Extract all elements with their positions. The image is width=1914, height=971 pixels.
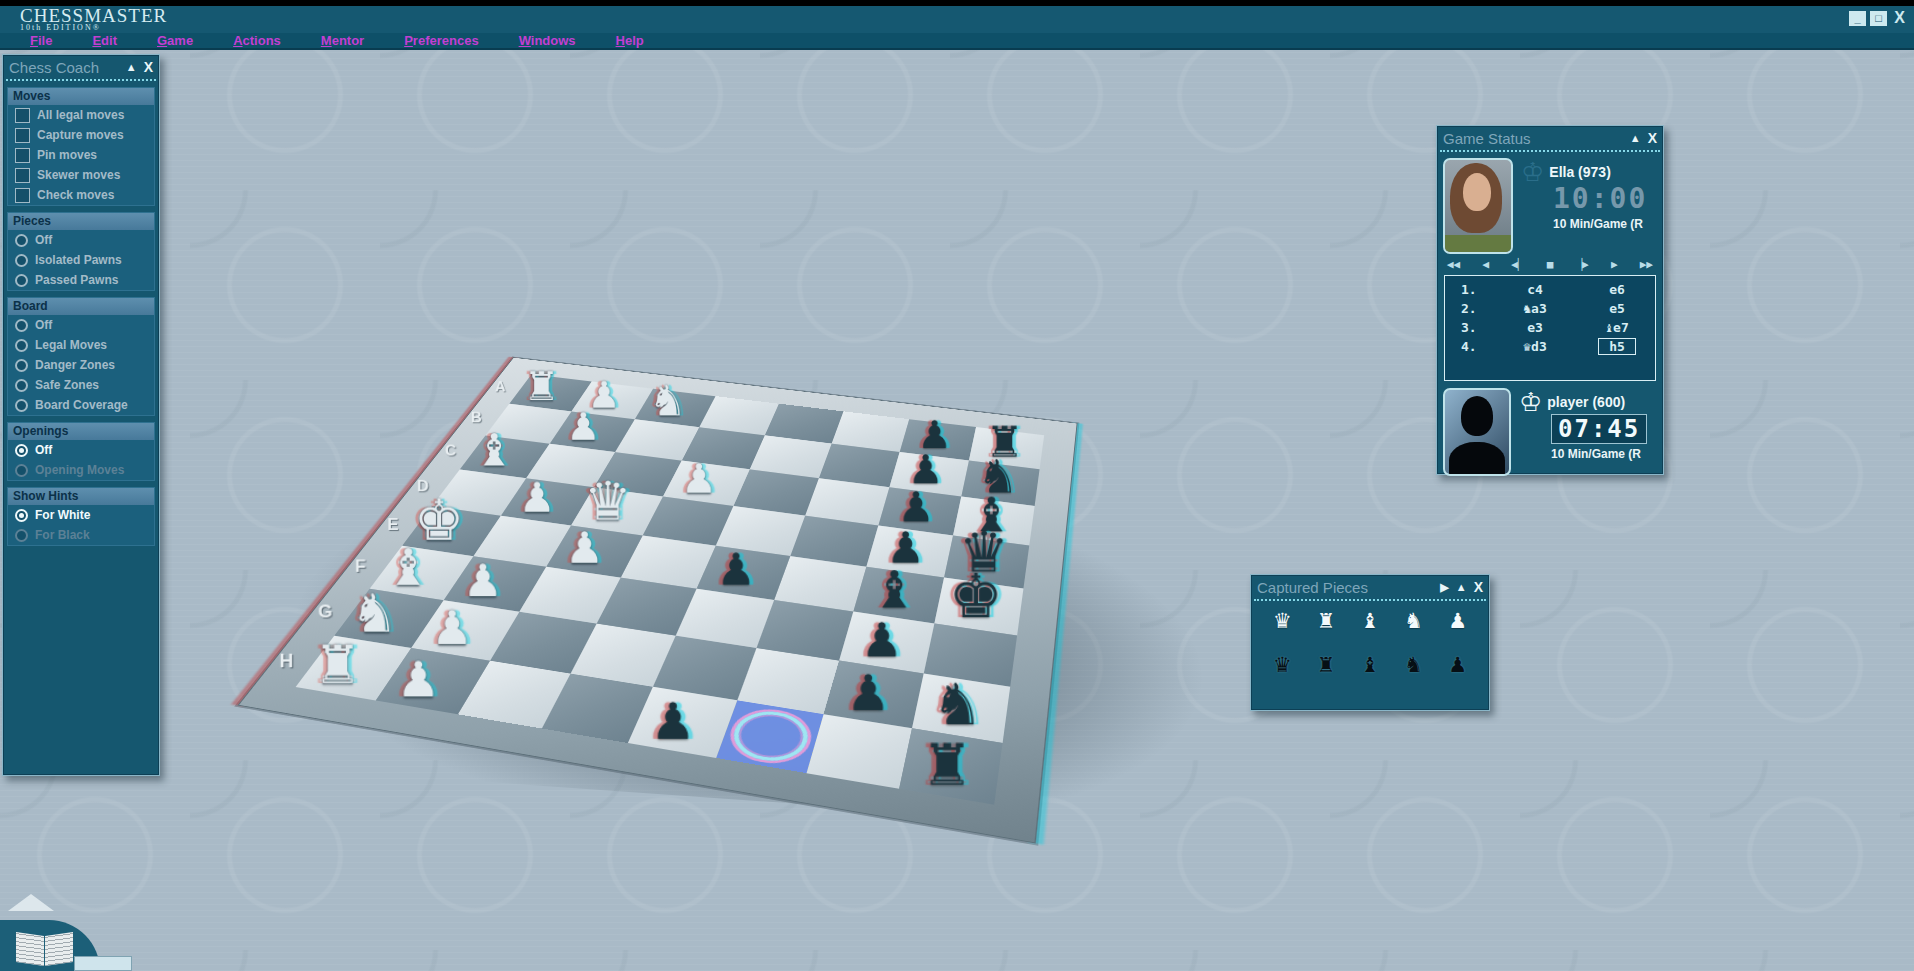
open-book-icon: [14, 932, 76, 968]
radio-for-white[interactable]: For White: [8, 505, 154, 525]
avatar-silhouette-head: [1461, 396, 1493, 436]
coach-section-pieces: PiecesOffIsolated PawnsPassed Pawns: [7, 212, 155, 291]
separator: [6, 79, 156, 81]
radio-control[interactable]: [15, 339, 28, 352]
radio-for-black[interactable]: For Black: [8, 525, 154, 545]
coach-section-header: Show Hints: [8, 488, 154, 505]
radio-danger-zones[interactable]: Danger Zones: [8, 355, 154, 375]
title-bar: CHESSMASTER 10th EDITION® _ □ X: [0, 6, 1914, 34]
file-label-f: F: [346, 556, 375, 577]
radio-board-coverage[interactable]: Board Coverage: [8, 395, 154, 415]
menu-file[interactable]: File: [30, 33, 52, 48]
piece-black-pawn-e5[interactable]: ♟: [716, 548, 755, 592]
radio-off[interactable]: Off: [8, 440, 154, 460]
white-move[interactable]: e3: [1489, 320, 1581, 335]
black-move[interactable]: ♝e7: [1581, 320, 1653, 335]
window-controls: _ □ X: [1849, 10, 1908, 26]
piece-white-pawn-g2[interactable]: ♟: [431, 605, 473, 651]
checkbox-all-legal-moves[interactable]: All legal moves: [8, 105, 154, 125]
chess-coach-panel: Chess Coach ▲ X MovesAll legal movesCapt…: [2, 54, 160, 776]
option-label: Passed Pawns: [35, 273, 118, 287]
move-number: 3.: [1445, 320, 1489, 335]
maximize-button[interactable]: □: [1870, 11, 1887, 26]
move-number: 4.: [1445, 339, 1489, 354]
expand-up-arrow-icon[interactable]: [8, 894, 54, 911]
radio-control[interactable]: [15, 399, 28, 412]
opponent-info: ♔ Ella (973) 10:00 10 Min/Game (R: [1521, 158, 1647, 254]
move-row-3: 3.e3♝e7: [1445, 318, 1655, 337]
chess-coach-collapse-button[interactable]: ▲: [126, 61, 137, 73]
move-number: 1.: [1445, 282, 1489, 297]
game-status-title: Game Status: [1443, 130, 1623, 147]
radio-off[interactable]: Off: [8, 230, 154, 250]
coach-section-header: Pieces: [8, 213, 154, 230]
close-window-button[interactable]: X: [1891, 10, 1908, 26]
radio-control[interactable]: [15, 464, 28, 477]
radio-control[interactable]: [15, 379, 28, 392]
captured-white-row: ♛♜♝♞♟: [1251, 610, 1489, 632]
game-status-panel: Game Status ▲ X ♔ Ella (973) 10:00 10 Mi…: [1436, 125, 1664, 475]
square-e8[interactable]: ♚: [934, 578, 1023, 636]
menu-edit[interactable]: Edit: [92, 33, 117, 48]
piece-white-pawn-f2[interactable]: ♟: [463, 559, 503, 603]
white-bishop-icon: ♝: [1361, 610, 1380, 632]
chess-coach-title: Chess Coach: [9, 59, 119, 76]
chess-coach-sections: MovesAll legal movesCapture movesPin mov…: [3, 87, 159, 546]
square-d6[interactable]: [790, 516, 878, 567]
move-row-4: 4.♛d3h5: [1445, 337, 1655, 356]
black-knight-icon: ♞: [1404, 654, 1423, 676]
playback-controls: ◀◀◀◀▏■▕▶▶▶▶: [1437, 256, 1663, 274]
player-clock: 07:45: [1551, 414, 1647, 444]
radio-control[interactable]: [15, 444, 28, 457]
white-rook-icon: ♜: [1317, 610, 1336, 632]
chess-coach-close-button[interactable]: X: [144, 59, 153, 75]
option-label: For White: [35, 508, 90, 522]
opponent-name: Ella (973): [1549, 160, 1610, 180]
piece-black-bishop-e7[interactable]: ♝: [871, 564, 917, 615]
player-time-control: 10 Min/Game (R: [1551, 447, 1647, 461]
radio-legal-moves[interactable]: Legal Moves: [8, 335, 154, 355]
checkbox-check-moves[interactable]: Check moves: [8, 185, 154, 205]
player-info: ♔ player (600) 07:45 10 Min/Game (R: [1519, 388, 1647, 476]
menu-windows[interactable]: Windows: [519, 33, 576, 48]
black-pawn-icon: ♟: [1448, 654, 1467, 676]
logo-line1: CHESSMASTER: [20, 7, 167, 24]
square-h6[interactable]: [716, 700, 823, 773]
menu-bar: FileEditGameActionsMentorPreferencesWind…: [0, 33, 1914, 50]
piece-white-queen-d3[interactable]: ♛: [584, 475, 632, 528]
piece-white-pawn-c4[interactable]: ♟: [681, 459, 717, 499]
radio-control[interactable]: [15, 509, 28, 522]
option-label: Off: [35, 233, 52, 247]
current-move-box: h5: [1598, 338, 1636, 355]
white-king-icon: ♔: [1519, 390, 1542, 414]
captured-pieces-collapse-button[interactable]: ▲: [1456, 581, 1467, 593]
coach-section-header: Openings: [8, 423, 154, 440]
white-move[interactable]: ♞a3: [1489, 301, 1581, 316]
radio-control[interactable]: [15, 254, 28, 267]
player-avatar[interactable]: [1443, 388, 1511, 476]
game-status-collapse-button[interactable]: ▲: [1630, 132, 1641, 144]
option-label: Capture moves: [37, 128, 124, 142]
black-bishop-icon: ♝: [1361, 654, 1380, 676]
file-label-h: H: [271, 650, 303, 673]
coach-section-moves: MovesAll legal movesCapture movesPin mov…: [7, 87, 155, 206]
piece-black-rook-h8[interactable]: ♜: [921, 736, 972, 793]
piece-white-pawn-e3[interactable]: ♟: [565, 527, 604, 570]
piece-white-knight-g1[interactable]: ♞: [351, 587, 398, 639]
file-label-g: G: [310, 601, 340, 623]
piece-white-pawn-h2[interactable]: ♟: [397, 656, 441, 705]
black-move[interactable]: e5: [1581, 301, 1653, 316]
checkbox-capture-moves[interactable]: Capture moves: [8, 125, 154, 145]
coach-section-header: Board: [8, 298, 154, 315]
checkbox-control[interactable]: [15, 128, 30, 143]
taskbar-fragment: [74, 956, 132, 971]
game-status-titlebar[interactable]: Game Status ▲ X: [1437, 126, 1663, 150]
player-block: ♔ player (600) 07:45 10 Min/Game (R: [1437, 382, 1663, 478]
file-label-e: E: [379, 515, 407, 535]
option-label: Off: [35, 443, 52, 457]
option-label: Pin moves: [37, 148, 97, 162]
piece-white-bishop-c1[interactable]: ♝: [474, 427, 514, 472]
captured-pieces-undock-button[interactable]: ▶: [1440, 581, 1448, 594]
option-label: Opening Moves: [35, 463, 124, 477]
menu-preferences[interactable]: Preferences: [404, 33, 478, 48]
black-king-icon: ♔: [1521, 160, 1544, 184]
move-list: 1.c4e62.♞a3e53.e3♝e74.♛d3h5: [1444, 275, 1656, 381]
piece-white-rook-a1[interactable]: ♜: [524, 366, 560, 406]
piece-black-king-e8[interactable]: ♚: [949, 566, 1003, 627]
white-move[interactable]: ♛d3: [1489, 339, 1581, 354]
menu-mentor[interactable]: Mentor: [321, 33, 364, 48]
move-number: 2.: [1445, 301, 1489, 316]
radio-control[interactable]: [15, 359, 28, 372]
registered-mark: ®: [93, 23, 101, 32]
checkbox-control[interactable]: [15, 148, 30, 163]
option-label: Isolated Pawns: [35, 253, 122, 267]
step-forward-button[interactable]: ▕▶: [1576, 258, 1589, 271]
radio-safe-zones[interactable]: Safe Zones: [8, 375, 154, 395]
coach-section-openings: OpeningsOffOpening Moves: [7, 422, 155, 481]
white-pawn-icon: ♟: [1448, 610, 1467, 632]
radio-off[interactable]: Off: [8, 315, 154, 335]
radio-control[interactable]: [15, 274, 28, 287]
white-knight-icon: ♞: [1404, 610, 1423, 632]
file-label-c: C: [438, 442, 464, 460]
move-row-2: 2.♞a3e5: [1445, 299, 1655, 318]
stop-button[interactable]: ■: [1547, 258, 1554, 271]
piece-black-pawn-h5[interactable]: ♟: [650, 697, 695, 747]
step-back-button[interactable]: ◀▏: [1511, 258, 1524, 271]
option-label: Skewer moves: [37, 168, 120, 182]
hint-circle: [726, 707, 814, 766]
opponent-avatar[interactable]: [1443, 158, 1513, 254]
game-status-close-button[interactable]: X: [1648, 130, 1657, 146]
file-label-a: A: [488, 379, 512, 396]
avatar-silhouette-body: [1449, 442, 1505, 476]
white-queen-icon: ♛: [1273, 610, 1292, 632]
piece-white-pawn-b2[interactable]: ♟: [566, 408, 600, 446]
square-h7[interactable]: [807, 714, 913, 789]
captured-pieces-titlebar[interactable]: Captured Pieces ▶ ▲ X: [1251, 575, 1489, 599]
option-label: Check moves: [37, 188, 114, 202]
square-h8[interactable]: ♜: [899, 728, 1002, 804]
opponent-time-control: 10 Min/Game (R: [1553, 217, 1647, 231]
checkbox-skewer-moves[interactable]: Skewer moves: [8, 165, 154, 185]
avatar-shirt: [1445, 235, 1511, 252]
radio-control[interactable]: [15, 529, 28, 542]
move-row-1: 1.c4e6: [1445, 280, 1655, 299]
black-rook-icon: ♜: [1317, 654, 1336, 676]
radio-isolated-pawns[interactable]: Isolated Pawns: [8, 250, 154, 270]
piece-white-pawn-d2[interactable]: ♟: [519, 478, 556, 519]
black-move[interactable]: e6: [1581, 282, 1653, 297]
coach-section-show-hints: Show HintsFor WhiteFor Black: [7, 487, 155, 546]
go-to-start-button[interactable]: ◀◀: [1447, 258, 1460, 271]
option-label: Off: [35, 318, 52, 332]
captured-pieces-close-button[interactable]: X: [1474, 579, 1483, 595]
piece-white-knight-a3[interactable]: ♞: [649, 379, 687, 421]
chessmaster-window: CHESSMASTER 10th EDITION® _ □ X FileEdit…: [0, 0, 1914, 971]
menu-actions[interactable]: Actions: [233, 33, 281, 48]
menu-help[interactable]: Help: [616, 33, 644, 48]
coach-section-header: Moves: [8, 88, 154, 105]
checkbox-pin-moves[interactable]: Pin moves: [8, 145, 154, 165]
piece-white-rook-h1[interactable]: ♜: [314, 638, 361, 691]
option-label: Board Coverage: [35, 398, 128, 412]
radio-passed-pawns[interactable]: Passed Pawns: [8, 270, 154, 290]
radio-opening-moves[interactable]: Opening Moves: [8, 460, 154, 480]
minimize-button[interactable]: _: [1849, 11, 1866, 26]
radio-control[interactable]: [15, 319, 28, 332]
rewind-button[interactable]: ◀: [1482, 258, 1489, 271]
chessmaster-logo: CHESSMASTER 10th EDITION®: [20, 7, 167, 31]
option-label: Legal Moves: [35, 338, 107, 352]
coach-section-board: BoardOffLegal MovesDanger ZonesSafe Zone…: [7, 297, 155, 416]
option-label: All legal moves: [37, 108, 124, 122]
black-move[interactable]: h5: [1581, 338, 1653, 355]
captured-pieces-title: Captured Pieces: [1257, 579, 1433, 596]
captured-pieces-panel: Captured Pieces ▶ ▲ X ♛♜♝♞♟ ♛♜♝♞♟: [1250, 574, 1490, 711]
option-label: For Black: [35, 528, 90, 542]
play-button[interactable]: ▶: [1611, 258, 1618, 271]
option-label: Danger Zones: [35, 358, 115, 372]
white-move[interactable]: c4: [1489, 282, 1581, 297]
piece-black-pawn-f7[interactable]: ♟: [861, 617, 903, 664]
checkbox-control[interactable]: [15, 108, 30, 123]
menu-game[interactable]: Game: [157, 33, 193, 48]
radio-control[interactable]: [15, 234, 28, 247]
chess-coach-titlebar[interactable]: Chess Coach ▲ X: [3, 55, 159, 79]
opponent-clock: 10:00: [1553, 184, 1647, 214]
piece-black-pawn-g7[interactable]: ♟: [846, 669, 890, 718]
player-name: player (600): [1547, 390, 1625, 410]
avatar-face: [1463, 173, 1491, 211]
checkbox-control[interactable]: [15, 168, 30, 183]
checkbox-control[interactable]: [15, 188, 30, 203]
opponent-block: ♔ Ella (973) 10:00 10 Min/Game (R: [1437, 152, 1663, 256]
captured-black-row: ♛♜♝♞♟: [1251, 654, 1489, 676]
go-to-end-button[interactable]: ▶▶: [1640, 258, 1653, 271]
separator: [1254, 599, 1486, 601]
option-label: Safe Zones: [35, 378, 99, 392]
black-queen-icon: ♛: [1273, 654, 1292, 676]
piece-black-knight-g8[interactable]: ♞: [932, 676, 983, 733]
